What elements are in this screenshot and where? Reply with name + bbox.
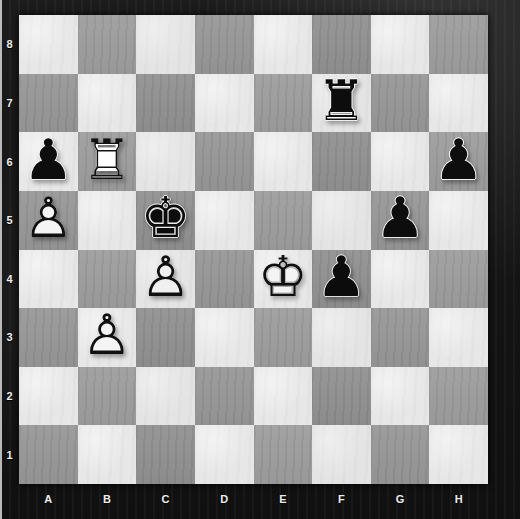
square-h1[interactable]	[429, 425, 488, 484]
white-rook-outline: ♖	[82, 131, 132, 187]
square-f3[interactable]	[312, 308, 371, 367]
square-g1[interactable]	[371, 425, 430, 484]
square-c8[interactable]	[136, 15, 195, 74]
rank-label-1: 1	[0, 425, 19, 484]
square-a1[interactable]	[19, 425, 78, 484]
square-e8[interactable]	[254, 15, 313, 74]
chess-board: ♜♟♜♖♟♟♙♚♟♟♙♚♔♟♟♙	[19, 15, 488, 484]
white-pawn-outline: ♙	[140, 249, 190, 305]
black-pawn[interactable]: ♟	[429, 132, 488, 191]
square-b4[interactable]	[78, 250, 137, 309]
black-king-glyph: ♚	[140, 190, 190, 246]
file-label-g: G	[371, 484, 430, 514]
black-pawn-glyph: ♟	[23, 131, 73, 187]
rank-label-2: 2	[0, 367, 19, 426]
square-f2[interactable]	[312, 367, 371, 426]
square-e6[interactable]	[254, 132, 313, 191]
square-b5[interactable]	[78, 191, 137, 250]
square-c1[interactable]	[136, 425, 195, 484]
square-h5[interactable]	[429, 191, 488, 250]
square-h7[interactable]	[429, 74, 488, 133]
black-pawn-glyph: ♟	[375, 190, 425, 246]
black-king[interactable]: ♚	[136, 191, 195, 250]
white-pawn-outline: ♙	[82, 307, 132, 363]
white-king-outline: ♔	[258, 249, 308, 305]
rank-label-5: 5	[0, 191, 19, 250]
square-a8[interactable]	[19, 15, 78, 74]
square-d4[interactable]	[195, 250, 254, 309]
white-pawn[interactable]: ♟♙	[78, 308, 137, 367]
white-pawn[interactable]: ♟♙	[19, 191, 78, 250]
square-a3[interactable]	[19, 308, 78, 367]
square-f1[interactable]	[312, 425, 371, 484]
square-h8[interactable]	[429, 15, 488, 74]
square-c5[interactable]: ♚	[136, 191, 195, 250]
black-rook[interactable]: ♜	[312, 74, 371, 133]
square-g8[interactable]	[371, 15, 430, 74]
square-c2[interactable]	[136, 367, 195, 426]
black-pawn[interactable]: ♟	[312, 250, 371, 309]
square-a2[interactable]	[19, 367, 78, 426]
square-d8[interactable]	[195, 15, 254, 74]
square-g5[interactable]: ♟	[371, 191, 430, 250]
square-f7[interactable]: ♜	[312, 74, 371, 133]
square-c4[interactable]: ♟♙	[136, 250, 195, 309]
black-rook-glyph: ♜	[316, 73, 366, 129]
file-label-b: B	[78, 484, 137, 514]
square-d1[interactable]	[195, 425, 254, 484]
square-f4[interactable]: ♟	[312, 250, 371, 309]
square-b7[interactable]	[78, 74, 137, 133]
square-b2[interactable]	[78, 367, 137, 426]
rank-label-7: 7	[0, 74, 19, 133]
square-e3[interactable]	[254, 308, 313, 367]
black-pawn-glyph: ♟	[434, 131, 484, 187]
black-pawn-glyph: ♟	[316, 249, 366, 305]
square-e7[interactable]	[254, 74, 313, 133]
rank-label-8: 8	[0, 15, 19, 74]
square-d2[interactable]	[195, 367, 254, 426]
square-g6[interactable]	[371, 132, 430, 191]
white-pawn-outline: ♙	[23, 190, 73, 246]
square-h3[interactable]	[429, 308, 488, 367]
square-d3[interactable]	[195, 308, 254, 367]
square-f8[interactable]	[312, 15, 371, 74]
square-a4[interactable]	[19, 250, 78, 309]
rank-label-3: 3	[0, 308, 19, 367]
square-g2[interactable]	[371, 367, 430, 426]
chessboard-screenshot: ♜♟♜♖♟♟♙♚♟♟♙♚♔♟♟♙ 87654321ABCDEFGH	[0, 0, 520, 519]
file-label-f: F	[312, 484, 371, 514]
square-h6[interactable]: ♟	[429, 132, 488, 191]
square-f5[interactable]	[312, 191, 371, 250]
square-h2[interactable]	[429, 367, 488, 426]
square-b6[interactable]: ♜♖	[78, 132, 137, 191]
rank-label-6: 6	[0, 132, 19, 191]
square-g7[interactable]	[371, 74, 430, 133]
white-rook[interactable]: ♜♖	[78, 132, 137, 191]
square-a5[interactable]: ♟♙	[19, 191, 78, 250]
square-d6[interactable]	[195, 132, 254, 191]
file-label-a: A	[19, 484, 78, 514]
square-d7[interactable]	[195, 74, 254, 133]
file-label-h: H	[429, 484, 488, 514]
square-h4[interactable]	[429, 250, 488, 309]
square-b1[interactable]	[78, 425, 137, 484]
white-pawn[interactable]: ♟♙	[136, 250, 195, 309]
square-a7[interactable]	[19, 74, 78, 133]
square-c3[interactable]	[136, 308, 195, 367]
square-e2[interactable]	[254, 367, 313, 426]
square-e4[interactable]: ♚♔	[254, 250, 313, 309]
square-g4[interactable]	[371, 250, 430, 309]
black-pawn[interactable]: ♟	[19, 132, 78, 191]
square-c6[interactable]	[136, 132, 195, 191]
square-e1[interactable]	[254, 425, 313, 484]
file-label-d: D	[195, 484, 254, 514]
square-d5[interactable]	[195, 191, 254, 250]
white-king[interactable]: ♚♔	[254, 250, 313, 309]
square-f6[interactable]	[312, 132, 371, 191]
square-a6[interactable]: ♟	[19, 132, 78, 191]
square-e5[interactable]	[254, 191, 313, 250]
square-c7[interactable]	[136, 74, 195, 133]
file-label-c: C	[136, 484, 195, 514]
file-label-e: E	[254, 484, 313, 514]
square-b3[interactable]: ♟♙	[78, 308, 137, 367]
square-g3[interactable]	[371, 308, 430, 367]
square-b8[interactable]	[78, 15, 137, 74]
black-pawn[interactable]: ♟	[371, 191, 430, 250]
rank-label-4: 4	[0, 250, 19, 309]
